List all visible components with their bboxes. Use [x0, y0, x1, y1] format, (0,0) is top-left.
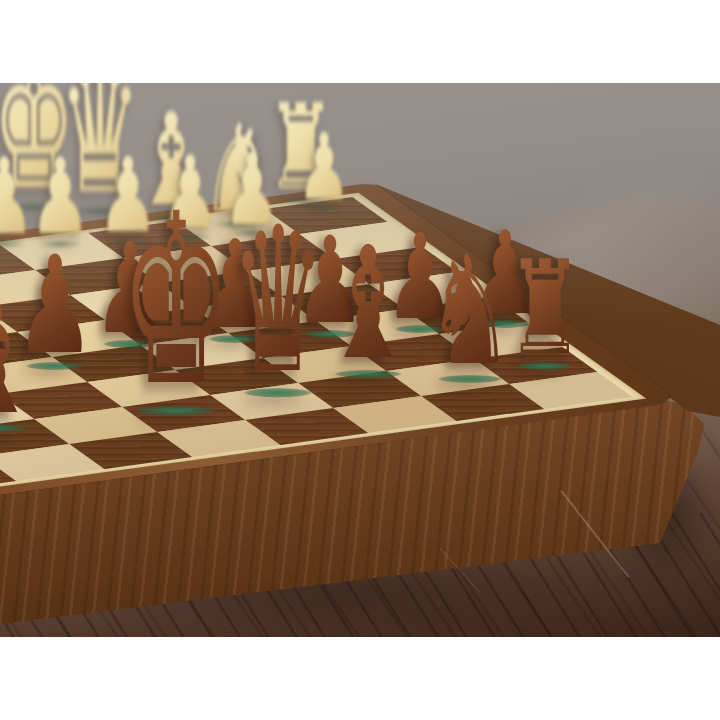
photo-scene: ♚ ♛ ♝ ♞ ♜ ♟ ♟ ♟ ♟ ♟ ♟ ♝ ♚ ♛ ♝ ♞ ♜ ♟ ♟ ♟ … — [0, 83, 720, 637]
piece-black-bishop-c1: ♝ — [0, 285, 38, 435]
piece-black-bishop-f1: ♝ — [322, 226, 414, 381]
photo-stage: ♚ ♛ ♝ ♞ ♜ ♟ ♟ ♟ ♟ ♟ ♟ ♝ ♚ ♛ ♝ ♞ ♜ ♟ ♟ ♟ … — [0, 0, 720, 720]
piece-black-queen-e1: ♛ — [231, 200, 325, 401]
piece-black-rook-h1: ♜ — [507, 243, 584, 373]
piece-black-knight-g1: ♞ — [426, 236, 515, 386]
piece-black-king-d1: ♚ — [120, 183, 231, 419]
